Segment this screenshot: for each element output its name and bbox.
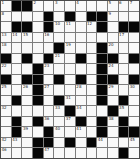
clue-number: 26 [23, 85, 28, 89]
grid-cell[interactable] [54, 64, 64, 74]
grid-cell[interactable] [22, 106, 32, 116]
grid-cell[interactable] [87, 85, 97, 95]
clue-number: 34 [76, 106, 81, 110]
grid-cell[interactable] [76, 138, 86, 148]
grid-cell[interactable]: 14 [12, 33, 22, 43]
black-cell [129, 75, 139, 85]
grid-cell[interactable]: 46 [1, 148, 11, 158]
clue-number: 23 [44, 64, 49, 68]
black-cell [44, 12, 54, 22]
clue-number: 15 [23, 33, 28, 37]
clue-number: 21 [55, 54, 60, 58]
grid-cell[interactable]: 47 [44, 148, 54, 158]
grid-cell[interactable] [65, 33, 75, 43]
grid-cell[interactable]: 31 [65, 96, 75, 106]
grid-cell[interactable]: 2 [33, 1, 43, 11]
grid-cell[interactable] [87, 96, 97, 106]
grid-cell[interactable] [76, 148, 86, 158]
grid-cell[interactable] [108, 96, 118, 106]
clue-number: 27 [44, 85, 49, 89]
clue-number: 2 [34, 1, 37, 5]
clue-number: 39 [23, 127, 28, 131]
grid-cell[interactable] [54, 85, 64, 95]
black-cell [22, 1, 32, 11]
black-cell [33, 117, 43, 127]
clue-number: 43 [12, 138, 17, 142]
black-cell [97, 127, 107, 137]
grid-cell[interactable]: 21 [54, 54, 64, 64]
black-cell [22, 75, 32, 85]
grid-cell[interactable]: 18 [1, 43, 11, 53]
clue-number: 18 [2, 43, 7, 47]
grid-cell[interactable]: 33 [54, 106, 64, 116]
grid-cell[interactable] [33, 43, 43, 53]
black-cell [33, 148, 43, 158]
grid-cell[interactable] [22, 12, 32, 22]
clue-number: 42 [2, 138, 7, 142]
clue-number: 30 [130, 85, 135, 89]
clue-number: 3 [55, 1, 58, 5]
grid-cell[interactable] [108, 33, 118, 43]
grid-cell[interactable] [76, 33, 86, 43]
grid-cell[interactable] [12, 54, 22, 64]
black-cell [33, 85, 43, 95]
grid-cell[interactable]: 35 [119, 106, 129, 116]
black-cell [44, 54, 54, 64]
clue-number: 41 [76, 127, 81, 131]
clue-number: 10 [55, 22, 60, 26]
grid-cell[interactable]: 45 [129, 138, 139, 148]
grid-cell[interactable]: 1 [1, 1, 11, 11]
black-cell [97, 22, 107, 32]
grid-cell[interactable]: 36 [44, 117, 54, 127]
black-cell [33, 75, 43, 85]
black-cell [33, 96, 43, 106]
black-cell [1, 54, 11, 64]
grid-cell[interactable] [1, 127, 11, 137]
grid-cell[interactable] [97, 1, 107, 11]
grid-cell[interactable]: 42 [1, 138, 11, 148]
black-cell [54, 96, 64, 106]
grid-cell[interactable] [87, 64, 97, 74]
black-cell [129, 127, 139, 137]
black-cell [44, 138, 54, 148]
grid-cell[interactable] [97, 33, 107, 43]
grid-cell[interactable] [76, 22, 86, 32]
clue-number: 32 [2, 106, 7, 110]
black-cell [119, 96, 129, 106]
grid-cell[interactable] [119, 43, 129, 53]
grid-cell[interactable]: 40 [54, 127, 64, 137]
grid-cell[interactable] [44, 43, 54, 53]
grid-cell[interactable] [33, 33, 43, 43]
grid-cell[interactable] [87, 117, 97, 127]
grid-cell[interactable]: 30 [129, 85, 139, 95]
grid-cell[interactable] [22, 96, 32, 106]
black-cell [54, 43, 64, 53]
black-cell [12, 117, 22, 127]
grid-cell[interactable]: 13 [1, 33, 11, 43]
grid-cell[interactable] [33, 54, 43, 64]
grid-cell[interactable] [108, 127, 118, 137]
grid-cell[interactable]: 8 [1, 12, 11, 22]
black-cell [108, 54, 118, 64]
clue-number: 25 [2, 85, 7, 89]
grid-cell[interactable]: 26 [22, 85, 32, 95]
grid-cell[interactable] [1, 117, 11, 127]
black-cell [12, 1, 22, 11]
grid-cell[interactable] [54, 138, 64, 148]
grid-cell[interactable] [87, 127, 97, 137]
grid-cell[interactable] [12, 64, 22, 74]
black-cell [54, 75, 64, 85]
clue-number: 9 [108, 12, 111, 16]
grid-cell[interactable]: 20 [108, 43, 118, 53]
grid-cell[interactable] [76, 96, 86, 106]
black-cell [129, 54, 139, 64]
grid-cell[interactable] [65, 148, 75, 158]
grid-cell[interactable]: 22 [1, 64, 11, 74]
grid-cell[interactable] [119, 64, 129, 74]
grid-cell[interactable] [76, 12, 86, 22]
black-cell [12, 127, 22, 137]
clue-number: 8 [2, 12, 5, 16]
black-cell [119, 22, 129, 32]
grid-cell[interactable]: 16 [44, 33, 54, 43]
grid-cell[interactable] [44, 75, 54, 85]
grid-cell[interactable] [65, 1, 75, 11]
grid-cell[interactable] [119, 138, 129, 148]
grid-cell[interactable] [44, 1, 54, 11]
grid-cell[interactable]: 24 [108, 64, 118, 74]
grid-cell[interactable] [54, 12, 64, 22]
clue-number: 33 [55, 106, 60, 110]
grid-cell[interactable] [87, 33, 97, 43]
grid-cell[interactable] [12, 75, 22, 85]
black-cell [76, 117, 86, 127]
grid-cell[interactable] [129, 106, 139, 116]
grid-cell[interactable] [129, 64, 139, 74]
grid-cell[interactable] [87, 54, 97, 64]
clue-number: 28 [76, 85, 81, 89]
grid-cell[interactable]: 9 [108, 12, 118, 22]
clue-number: 44 [98, 138, 103, 142]
black-cell [12, 22, 22, 32]
grid-cell[interactable] [119, 75, 129, 85]
grid-cell[interactable] [129, 148, 139, 158]
grid-cell[interactable] [54, 117, 64, 127]
clue-number: 17 [119, 33, 124, 37]
clue-number: 46 [2, 148, 7, 152]
grid-cell[interactable] [76, 43, 86, 53]
black-cell [87, 12, 97, 22]
grid-cell[interactable] [129, 117, 139, 127]
grid-cell[interactable] [65, 75, 75, 85]
clue-number: 35 [119, 106, 124, 110]
grid-cell[interactable]: 27 [44, 85, 54, 95]
grid-cell[interactable] [129, 96, 139, 106]
clue-number: 7 [130, 1, 133, 5]
black-cell [87, 138, 97, 148]
grid-cell[interactable] [12, 12, 22, 22]
grid-cell[interactable] [76, 64, 86, 74]
black-cell [44, 22, 54, 32]
clue-number: 38 [108, 117, 113, 121]
black-cell [97, 85, 107, 95]
grid-cell[interactable]: 19 [65, 43, 75, 53]
black-cell [119, 117, 129, 127]
grid-cell[interactable] [87, 43, 97, 53]
grid-cell[interactable]: 43 [12, 138, 22, 148]
grid-cell[interactable] [54, 33, 64, 43]
black-cell [97, 75, 107, 85]
clue-number: 19 [66, 43, 71, 47]
clue-number: 45 [130, 138, 135, 142]
grid-cell[interactable] [12, 43, 22, 53]
grid-cell[interactable] [97, 106, 107, 116]
black-cell [76, 75, 86, 85]
grid-cell[interactable] [65, 127, 75, 137]
black-cell [65, 106, 75, 116]
grid-cell[interactable] [22, 138, 32, 148]
grid-cell[interactable] [87, 1, 97, 11]
clue-number: 24 [108, 64, 113, 68]
grid-cell[interactable] [108, 148, 118, 158]
clue-number: 37 [66, 117, 71, 121]
grid-cell[interactable] [119, 85, 129, 95]
grid-cell[interactable] [33, 22, 43, 32]
grid-cell[interactable] [87, 148, 97, 158]
grid-cell[interactable]: 29 [108, 85, 118, 95]
grid-cell[interactable] [129, 43, 139, 53]
grid-cell[interactable]: 37 [65, 117, 75, 127]
grid-cell[interactable] [129, 12, 139, 22]
clue-number: 12 [87, 22, 92, 26]
grid-cell[interactable] [108, 138, 118, 148]
clue-number: 29 [108, 85, 113, 89]
grid-cell[interactable]: 4 [76, 1, 86, 11]
grid-cell[interactable] [65, 54, 75, 64]
grid-cell[interactable] [65, 64, 75, 74]
black-cell [33, 64, 43, 74]
clue-number: 5 [108, 1, 111, 5]
black-cell [12, 96, 22, 106]
clue-number: 13 [2, 33, 7, 37]
clue-number: 4 [76, 1, 79, 5]
grid-cell[interactable]: 6 [119, 1, 129, 11]
black-cell [65, 138, 75, 148]
grid-cell[interactable]: 39 [22, 127, 32, 137]
grid-cell[interactable]: 10 [54, 22, 64, 32]
black-cell [76, 54, 86, 64]
black-cell [108, 106, 118, 116]
black-cell [22, 22, 32, 32]
grid-cell[interactable]: 7 [129, 1, 139, 11]
grid-cell[interactable] [1, 96, 11, 106]
grid-cell[interactable] [12, 148, 22, 158]
grid-cell[interactable] [12, 106, 22, 116]
clue-number: 31 [66, 96, 71, 100]
grid-cell[interactable] [97, 148, 107, 158]
black-cell [97, 64, 107, 74]
grid-cell[interactable]: 34 [76, 106, 86, 116]
grid-cell[interactable]: 32 [1, 106, 11, 116]
grid-cell[interactable] [12, 85, 22, 95]
clue-number: 40 [55, 127, 60, 131]
grid-cell[interactable]: 28 [76, 85, 86, 95]
grid-cell[interactable] [44, 96, 54, 106]
clue-number: 6 [119, 1, 122, 5]
clue-number: 22 [2, 64, 7, 68]
grid-cell[interactable] [1, 22, 11, 32]
grid-cell[interactable]: 3 [54, 1, 64, 11]
grid-cell[interactable] [22, 43, 32, 53]
black-cell [97, 96, 107, 106]
black-cell [22, 54, 32, 64]
grid-cell[interactable] [54, 148, 64, 158]
clue-number: 20 [108, 43, 113, 47]
grid-cell[interactable]: 25 [1, 85, 11, 95]
grid-cell[interactable]: 11 [65, 22, 75, 32]
grid-cell[interactable] [33, 12, 43, 22]
black-cell [97, 54, 107, 64]
black-cell [119, 127, 129, 137]
black-cell [44, 127, 54, 137]
black-cell [97, 43, 107, 53]
grid-cell[interactable] [22, 117, 32, 127]
black-cell [108, 75, 118, 85]
clue-number: 47 [44, 148, 49, 152]
clue-number: 16 [44, 33, 49, 37]
black-cell [97, 117, 107, 127]
grid-cell[interactable]: 23 [44, 64, 54, 74]
clue-number: 36 [44, 117, 49, 121]
black-cell [65, 12, 75, 22]
grid-cell[interactable]: 44 [97, 138, 107, 148]
black-cell [129, 22, 139, 32]
black-cell [33, 138, 43, 148]
grid-cell[interactable] [22, 148, 32, 158]
grid-cell[interactable]: 12 [87, 22, 97, 32]
grid-cell[interactable] [119, 12, 129, 22]
black-cell [97, 12, 107, 22]
grid-cell[interactable] [87, 106, 97, 116]
grid-cell[interactable] [44, 106, 54, 116]
crossword-grid: 1234567891011121314151617181920212223242… [0, 0, 140, 159]
black-cell [1, 75, 11, 85]
grid-cell[interactable]: 38 [108, 117, 118, 127]
grid-cell[interactable] [65, 85, 75, 95]
grid-cell[interactable] [119, 54, 129, 64]
grid-cell[interactable] [33, 127, 43, 137]
grid-cell[interactable] [87, 75, 97, 85]
grid-cell[interactable]: 41 [76, 127, 86, 137]
clue-number: 11 [66, 22, 71, 26]
grid-cell[interactable]: 5 [108, 1, 118, 11]
grid-cell[interactable] [22, 64, 32, 74]
grid-cell[interactable] [129, 33, 139, 43]
grid-cell[interactable]: 15 [22, 33, 32, 43]
grid-cell[interactable] [33, 106, 43, 116]
black-cell [119, 148, 129, 158]
clue-number: 14 [12, 33, 17, 37]
grid-cell[interactable]: 17 [119, 33, 129, 43]
grid-cell[interactable] [108, 22, 118, 32]
clue-number: 1 [2, 1, 5, 5]
